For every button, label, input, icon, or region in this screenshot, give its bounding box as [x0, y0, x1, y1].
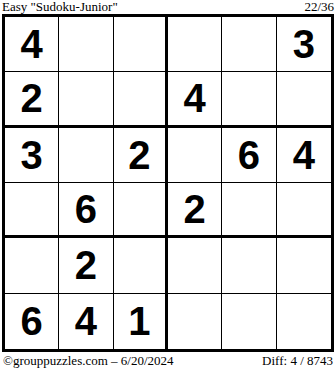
- cell-r2c2-empty[interactable]: [59, 72, 113, 127]
- cell-r6c6-empty[interactable]: [277, 294, 331, 349]
- cell-r4c1-empty[interactable]: [5, 183, 59, 238]
- cell-r6c1-given: 6: [5, 294, 59, 349]
- cell-r4c4-given: 2: [168, 183, 222, 238]
- cell-r1c2-empty[interactable]: [59, 17, 113, 72]
- puzzle-title: Easy "Sudoku-Junior": [2, 0, 118, 15]
- sudoku-grid: 43243264622641: [2, 14, 334, 352]
- cell-r2c1-given: 2: [5, 72, 59, 127]
- cell-r2c4-given: 4: [168, 72, 222, 127]
- cell-r2c3-empty[interactable]: [114, 72, 168, 127]
- cell-r6c4-empty[interactable]: [168, 294, 222, 349]
- cell-r4c6-empty[interactable]: [277, 183, 331, 238]
- cell-r4c2-given: 6: [59, 183, 113, 238]
- cell-r5c2-given: 2: [59, 238, 113, 293]
- difficulty-text: Diff: 4 / 8743: [262, 353, 333, 369]
- cell-r4c3-empty[interactable]: [114, 183, 168, 238]
- cell-r3c1-given: 3: [5, 128, 59, 183]
- cell-r5c1-empty[interactable]: [5, 238, 59, 293]
- cell-r5c5-empty[interactable]: [222, 238, 276, 293]
- cell-r2c6-empty[interactable]: [277, 72, 331, 127]
- cell-r1c6-given: 3: [277, 17, 331, 72]
- cell-r1c5-empty[interactable]: [222, 17, 276, 72]
- puzzle-page: Easy "Sudoku-Junior" 22/36 4324326462264…: [0, 0, 336, 370]
- cell-r1c3-empty[interactable]: [114, 17, 168, 72]
- puzzle-counter: 22/36: [304, 0, 334, 15]
- cell-r2c5-empty[interactable]: [222, 72, 276, 127]
- cell-r3c6-given: 4: [277, 128, 331, 183]
- cell-r5c6-empty[interactable]: [277, 238, 331, 293]
- cell-r1c1-given: 4: [5, 17, 59, 72]
- cell-r3c2-empty[interactable]: [59, 128, 113, 183]
- cell-r3c4-empty[interactable]: [168, 128, 222, 183]
- cell-r5c4-empty[interactable]: [168, 238, 222, 293]
- cell-r6c5-empty[interactable]: [222, 294, 276, 349]
- cell-r1c4-empty[interactable]: [168, 17, 222, 72]
- cell-r6c2-given: 4: [59, 294, 113, 349]
- cell-r4c5-empty[interactable]: [222, 183, 276, 238]
- cell-r6c3-given: 1: [114, 294, 168, 349]
- cell-r3c3-given: 2: [114, 128, 168, 183]
- copyright-text: ©grouppuzzles.com – 6/20/2024: [3, 353, 174, 369]
- cell-r5c3-empty[interactable]: [114, 238, 168, 293]
- cell-r3c5-given: 6: [222, 128, 276, 183]
